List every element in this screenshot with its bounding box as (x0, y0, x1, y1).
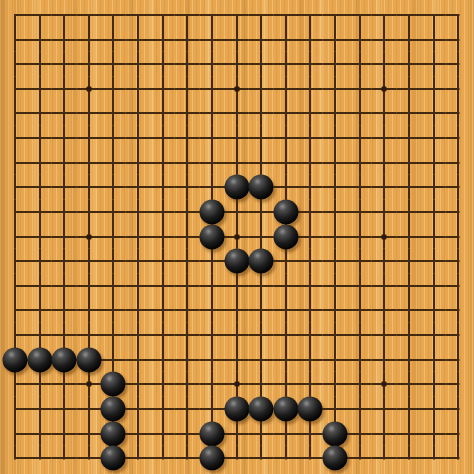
board-cell[interactable] (446, 224, 471, 249)
board-cell[interactable] (52, 101, 77, 126)
board-cell[interactable] (27, 150, 52, 175)
board-cell[interactable] (3, 3, 28, 28)
board-cell[interactable] (298, 3, 323, 28)
board-cell[interactable] (3, 446, 28, 471)
board-cell[interactable] (372, 347, 397, 372)
board-cell[interactable] (372, 77, 397, 102)
board-cell[interactable] (101, 249, 126, 274)
board-cell[interactable] (3, 101, 28, 126)
board-cell[interactable] (372, 101, 397, 126)
board-cell[interactable] (421, 397, 446, 422)
board-cell[interactable] (77, 224, 102, 249)
board-cell[interactable] (372, 274, 397, 299)
board-cell[interactable] (421, 421, 446, 446)
board-cell[interactable] (397, 274, 422, 299)
board-cell[interactable] (101, 3, 126, 28)
board-cell[interactable] (446, 274, 471, 299)
board-cell[interactable] (224, 126, 249, 151)
board-cell[interactable] (27, 224, 52, 249)
board-cell[interactable] (249, 249, 274, 274)
board-cell[interactable] (224, 3, 249, 28)
board-cell[interactable] (101, 200, 126, 225)
board-cell[interactable] (200, 249, 225, 274)
board-cell[interactable] (446, 101, 471, 126)
board-cell[interactable] (274, 101, 299, 126)
board-cell[interactable] (150, 274, 175, 299)
board-cell[interactable] (298, 126, 323, 151)
board-cell[interactable] (27, 52, 52, 77)
board-cell[interactable] (3, 298, 28, 323)
board-cell[interactable] (446, 298, 471, 323)
board-cell[interactable] (347, 421, 372, 446)
board-cell[interactable] (347, 397, 372, 422)
board-cell[interactable] (52, 27, 77, 52)
board-cell[interactable] (150, 397, 175, 422)
board-cell[interactable] (175, 323, 200, 348)
board-cell[interactable] (150, 298, 175, 323)
board-cell[interactable] (298, 274, 323, 299)
board-cell[interactable] (200, 224, 225, 249)
board-cell[interactable] (27, 347, 52, 372)
board-cell[interactable] (126, 3, 151, 28)
board-cell[interactable] (274, 249, 299, 274)
board-cell[interactable] (175, 249, 200, 274)
board-cell[interactable] (175, 347, 200, 372)
board-cell[interactable] (101, 126, 126, 151)
board-cell[interactable] (150, 249, 175, 274)
board-cell[interactable] (175, 372, 200, 397)
board-cell[interactable] (150, 446, 175, 471)
board-cell[interactable] (421, 27, 446, 52)
board-cell[interactable] (274, 224, 299, 249)
board-cell[interactable] (298, 52, 323, 77)
board-cell[interactable] (372, 200, 397, 225)
board-cell[interactable] (126, 27, 151, 52)
board-cell[interactable] (101, 77, 126, 102)
board-cell[interactable] (101, 101, 126, 126)
board-cell[interactable] (52, 421, 77, 446)
board-cell[interactable] (397, 347, 422, 372)
board-cell[interactable] (347, 224, 372, 249)
board-cell[interactable] (52, 150, 77, 175)
board-cell[interactable] (224, 397, 249, 422)
board-cell[interactable] (397, 3, 422, 28)
board-cell[interactable] (3, 421, 28, 446)
board-cell[interactable] (200, 347, 225, 372)
board-cell[interactable] (298, 446, 323, 471)
board-cell[interactable] (77, 77, 102, 102)
board-cell[interactable] (323, 150, 348, 175)
board-cell[interactable] (3, 126, 28, 151)
board-cell[interactable] (52, 3, 77, 28)
board-cell[interactable] (126, 446, 151, 471)
board-cell[interactable] (224, 200, 249, 225)
board-cell[interactable] (27, 249, 52, 274)
board-cell[interactable] (274, 323, 299, 348)
board-cell[interactable] (27, 27, 52, 52)
board-cell[interactable] (421, 323, 446, 348)
board-cell[interactable] (347, 126, 372, 151)
board-cell[interactable] (3, 224, 28, 249)
board-cell[interactable] (224, 77, 249, 102)
board-cell[interactable] (323, 274, 348, 299)
board-cell[interactable] (397, 397, 422, 422)
board-cell[interactable] (298, 421, 323, 446)
board-cell[interactable] (175, 421, 200, 446)
board-cell[interactable] (421, 347, 446, 372)
board-cell[interactable] (397, 298, 422, 323)
board-cell[interactable] (77, 3, 102, 28)
board-cell[interactable] (323, 249, 348, 274)
board-cell[interactable] (150, 175, 175, 200)
board-cell[interactable] (126, 249, 151, 274)
board-cell[interactable] (77, 446, 102, 471)
board-cell[interactable] (274, 126, 299, 151)
board-cell[interactable] (27, 372, 52, 397)
board-cell[interactable] (126, 77, 151, 102)
board-cell[interactable] (175, 397, 200, 422)
board-cell[interactable] (200, 372, 225, 397)
board-cell[interactable] (224, 175, 249, 200)
board-cell[interactable] (397, 27, 422, 52)
board-cell[interactable] (27, 175, 52, 200)
board-cell[interactable] (249, 150, 274, 175)
board-cell[interactable] (347, 77, 372, 102)
board-cell[interactable] (446, 446, 471, 471)
board-cell[interactable] (200, 175, 225, 200)
board-cell[interactable] (3, 397, 28, 422)
board-cell[interactable] (298, 27, 323, 52)
board-cell[interactable] (249, 175, 274, 200)
board-cell[interactable] (101, 397, 126, 422)
board-cell[interactable] (274, 421, 299, 446)
board-cell[interactable] (372, 175, 397, 200)
board-cell[interactable] (298, 372, 323, 397)
board-cell[interactable] (101, 421, 126, 446)
board-cell[interactable] (274, 3, 299, 28)
board-cell[interactable] (224, 150, 249, 175)
board-cell[interactable] (224, 372, 249, 397)
board-cell[interactable] (372, 323, 397, 348)
board-cell[interactable] (175, 101, 200, 126)
board-cell[interactable] (52, 274, 77, 299)
board-cell[interactable] (347, 3, 372, 28)
board-cell[interactable] (298, 101, 323, 126)
board-cell[interactable] (27, 274, 52, 299)
board-cell[interactable] (274, 446, 299, 471)
board-cell[interactable] (274, 150, 299, 175)
board-cell[interactable] (421, 101, 446, 126)
board-cell[interactable] (421, 126, 446, 151)
board-cell[interactable] (126, 274, 151, 299)
board-cell[interactable] (77, 249, 102, 274)
board-cell[interactable] (224, 421, 249, 446)
board-cell[interactable] (101, 372, 126, 397)
board-cell[interactable] (126, 101, 151, 126)
board-cell[interactable] (323, 200, 348, 225)
board-cell[interactable] (27, 397, 52, 422)
board-cell[interactable] (446, 347, 471, 372)
board-cell[interactable] (421, 175, 446, 200)
board-cell[interactable] (323, 323, 348, 348)
board-cell[interactable] (27, 323, 52, 348)
board-cell[interactable] (27, 126, 52, 151)
board-cell[interactable] (421, 77, 446, 102)
board-cell[interactable] (27, 3, 52, 28)
board-cell[interactable] (249, 372, 274, 397)
board-cell[interactable] (52, 175, 77, 200)
board-cell[interactable] (372, 3, 397, 28)
board-cell[interactable] (77, 27, 102, 52)
board-cell[interactable] (200, 27, 225, 52)
board-cell[interactable] (77, 52, 102, 77)
board-cell[interactable] (101, 224, 126, 249)
board-cell[interactable] (397, 52, 422, 77)
board-cell[interactable] (150, 200, 175, 225)
board-cell[interactable] (52, 200, 77, 225)
board-cell[interactable] (347, 298, 372, 323)
board-cell[interactable] (274, 52, 299, 77)
board-cell[interactable] (372, 150, 397, 175)
board-cell[interactable] (52, 323, 77, 348)
board-cell[interactable] (52, 347, 77, 372)
board-cell[interactable] (298, 397, 323, 422)
board-cell[interactable] (323, 52, 348, 77)
board-cell[interactable] (77, 372, 102, 397)
board-cell[interactable] (347, 446, 372, 471)
board-cell[interactable] (175, 126, 200, 151)
board-cell[interactable] (224, 52, 249, 77)
board-cell[interactable] (3, 274, 28, 299)
board-cell[interactable] (175, 77, 200, 102)
board-cell[interactable] (421, 249, 446, 274)
board-cell[interactable] (126, 421, 151, 446)
board-cell[interactable] (347, 347, 372, 372)
board-cell[interactable] (150, 421, 175, 446)
board-cell[interactable] (200, 421, 225, 446)
board-cell[interactable] (372, 298, 397, 323)
board-cell[interactable] (274, 274, 299, 299)
board-cell[interactable] (323, 298, 348, 323)
board-cell[interactable] (3, 372, 28, 397)
board-cell[interactable] (224, 298, 249, 323)
board-cell[interactable] (200, 3, 225, 28)
board-cell[interactable] (274, 27, 299, 52)
board-cell[interactable] (126, 175, 151, 200)
board-cell[interactable] (347, 249, 372, 274)
board-cell[interactable] (224, 274, 249, 299)
board-cell[interactable] (150, 323, 175, 348)
board-cell[interactable] (397, 372, 422, 397)
board-cell[interactable] (249, 347, 274, 372)
board-cell[interactable] (323, 347, 348, 372)
board-cell[interactable] (298, 77, 323, 102)
board-cell[interactable] (323, 126, 348, 151)
board-cell[interactable] (323, 3, 348, 28)
board-cell[interactable] (224, 446, 249, 471)
board-cell[interactable] (52, 249, 77, 274)
board-cell[interactable] (200, 52, 225, 77)
board-cell[interactable] (298, 298, 323, 323)
board-cell[interactable] (372, 27, 397, 52)
board-cell[interactable] (52, 77, 77, 102)
board-cell[interactable] (200, 274, 225, 299)
board-cell[interactable] (52, 372, 77, 397)
board-cell[interactable] (298, 347, 323, 372)
board-cell[interactable] (347, 372, 372, 397)
board-cell[interactable] (150, 347, 175, 372)
board-cell[interactable] (274, 397, 299, 422)
board-cell[interactable] (200, 298, 225, 323)
board-cell[interactable] (323, 421, 348, 446)
board-cell[interactable] (249, 27, 274, 52)
board-cell[interactable] (421, 200, 446, 225)
board-cell[interactable] (200, 200, 225, 225)
board-cell[interactable] (101, 175, 126, 200)
board-cell[interactable] (175, 3, 200, 28)
board-cell[interactable] (274, 200, 299, 225)
board-cell[interactable] (298, 200, 323, 225)
board-cell[interactable] (249, 3, 274, 28)
board-cell[interactable] (52, 446, 77, 471)
board-cell[interactable] (200, 323, 225, 348)
board-cell[interactable] (446, 126, 471, 151)
board-cell[interactable] (150, 101, 175, 126)
board-cell[interactable] (101, 27, 126, 52)
board-cell[interactable] (372, 446, 397, 471)
board-cell[interactable] (3, 52, 28, 77)
board-cell[interactable] (175, 274, 200, 299)
board-cell[interactable] (397, 150, 422, 175)
board-cell[interactable] (101, 274, 126, 299)
board-cell[interactable] (3, 175, 28, 200)
board-cell[interactable] (77, 274, 102, 299)
board-cell[interactable] (52, 126, 77, 151)
board-cell[interactable] (126, 224, 151, 249)
board-cell[interactable] (421, 3, 446, 28)
board-cell[interactable] (52, 298, 77, 323)
board-cell[interactable] (249, 421, 274, 446)
board-cell[interactable] (77, 347, 102, 372)
board-cell[interactable] (3, 249, 28, 274)
board-cell[interactable] (224, 249, 249, 274)
board-cell[interactable] (224, 323, 249, 348)
board-cell[interactable] (175, 224, 200, 249)
board-cell[interactable] (175, 200, 200, 225)
board-cell[interactable] (150, 77, 175, 102)
board-cell[interactable] (27, 200, 52, 225)
board-cell[interactable] (175, 175, 200, 200)
board-cell[interactable] (397, 200, 422, 225)
board-cell[interactable] (298, 249, 323, 274)
board-cell[interactable] (126, 323, 151, 348)
board-cell[interactable] (446, 175, 471, 200)
board-cell[interactable] (150, 27, 175, 52)
board-cell[interactable] (347, 323, 372, 348)
board-cell[interactable] (347, 27, 372, 52)
board-cell[interactable] (446, 421, 471, 446)
board-cell[interactable] (126, 397, 151, 422)
board-cell[interactable] (27, 446, 52, 471)
board-cell[interactable] (347, 200, 372, 225)
board-cell[interactable] (77, 421, 102, 446)
board-cell[interactable] (3, 347, 28, 372)
board-cell[interactable] (224, 224, 249, 249)
board-cell[interactable] (323, 101, 348, 126)
board-cell[interactable] (126, 150, 151, 175)
board-cell[interactable] (323, 224, 348, 249)
board-cell[interactable] (3, 200, 28, 225)
board-cell[interactable] (298, 323, 323, 348)
board-cell[interactable] (421, 52, 446, 77)
board-cell[interactable] (52, 397, 77, 422)
board-cell[interactable] (298, 224, 323, 249)
board-cell[interactable] (397, 101, 422, 126)
board-cell[interactable] (77, 101, 102, 126)
board-cell[interactable] (200, 446, 225, 471)
board-cell[interactable] (298, 175, 323, 200)
board-cell[interactable] (397, 77, 422, 102)
board-cell[interactable] (126, 298, 151, 323)
board-cell[interactable] (150, 126, 175, 151)
board-cell[interactable] (77, 150, 102, 175)
board-cell[interactable] (126, 200, 151, 225)
board-cell[interactable] (274, 347, 299, 372)
board-cell[interactable] (77, 200, 102, 225)
board-cell[interactable] (421, 372, 446, 397)
board-cell[interactable] (224, 27, 249, 52)
board-cell[interactable] (446, 323, 471, 348)
board-cell[interactable] (249, 298, 274, 323)
board-cell[interactable] (27, 421, 52, 446)
board-cell[interactable] (3, 323, 28, 348)
board-cell[interactable] (446, 249, 471, 274)
board-cell[interactable] (126, 126, 151, 151)
board-cell[interactable] (200, 397, 225, 422)
board-cell[interactable] (347, 101, 372, 126)
board-cell[interactable] (323, 27, 348, 52)
board-cell[interactable] (27, 101, 52, 126)
board-cell[interactable] (446, 27, 471, 52)
board-cell[interactable] (323, 77, 348, 102)
board-cell[interactable] (372, 372, 397, 397)
board-cell[interactable] (397, 323, 422, 348)
board-cell[interactable] (200, 77, 225, 102)
board-cell[interactable] (347, 150, 372, 175)
board-cell[interactable] (77, 323, 102, 348)
board-cell[interactable] (347, 52, 372, 77)
board-cell[interactable] (421, 224, 446, 249)
board-cell[interactable] (52, 224, 77, 249)
board-cell[interactable] (446, 372, 471, 397)
board-cell[interactable] (298, 150, 323, 175)
board-cell[interactable] (200, 101, 225, 126)
board-cell[interactable] (3, 77, 28, 102)
board-cell[interactable] (249, 397, 274, 422)
board-cell[interactable] (347, 175, 372, 200)
board-cell[interactable] (274, 372, 299, 397)
board-cell[interactable] (323, 175, 348, 200)
board-cell[interactable] (397, 249, 422, 274)
board-cell[interactable] (372, 397, 397, 422)
board-cell[interactable] (3, 150, 28, 175)
board-cell[interactable] (372, 52, 397, 77)
board-cell[interactable] (126, 52, 151, 77)
board-cell[interactable] (323, 372, 348, 397)
board-cell[interactable] (397, 446, 422, 471)
board-cell[interactable] (27, 77, 52, 102)
board-cell[interactable] (101, 150, 126, 175)
